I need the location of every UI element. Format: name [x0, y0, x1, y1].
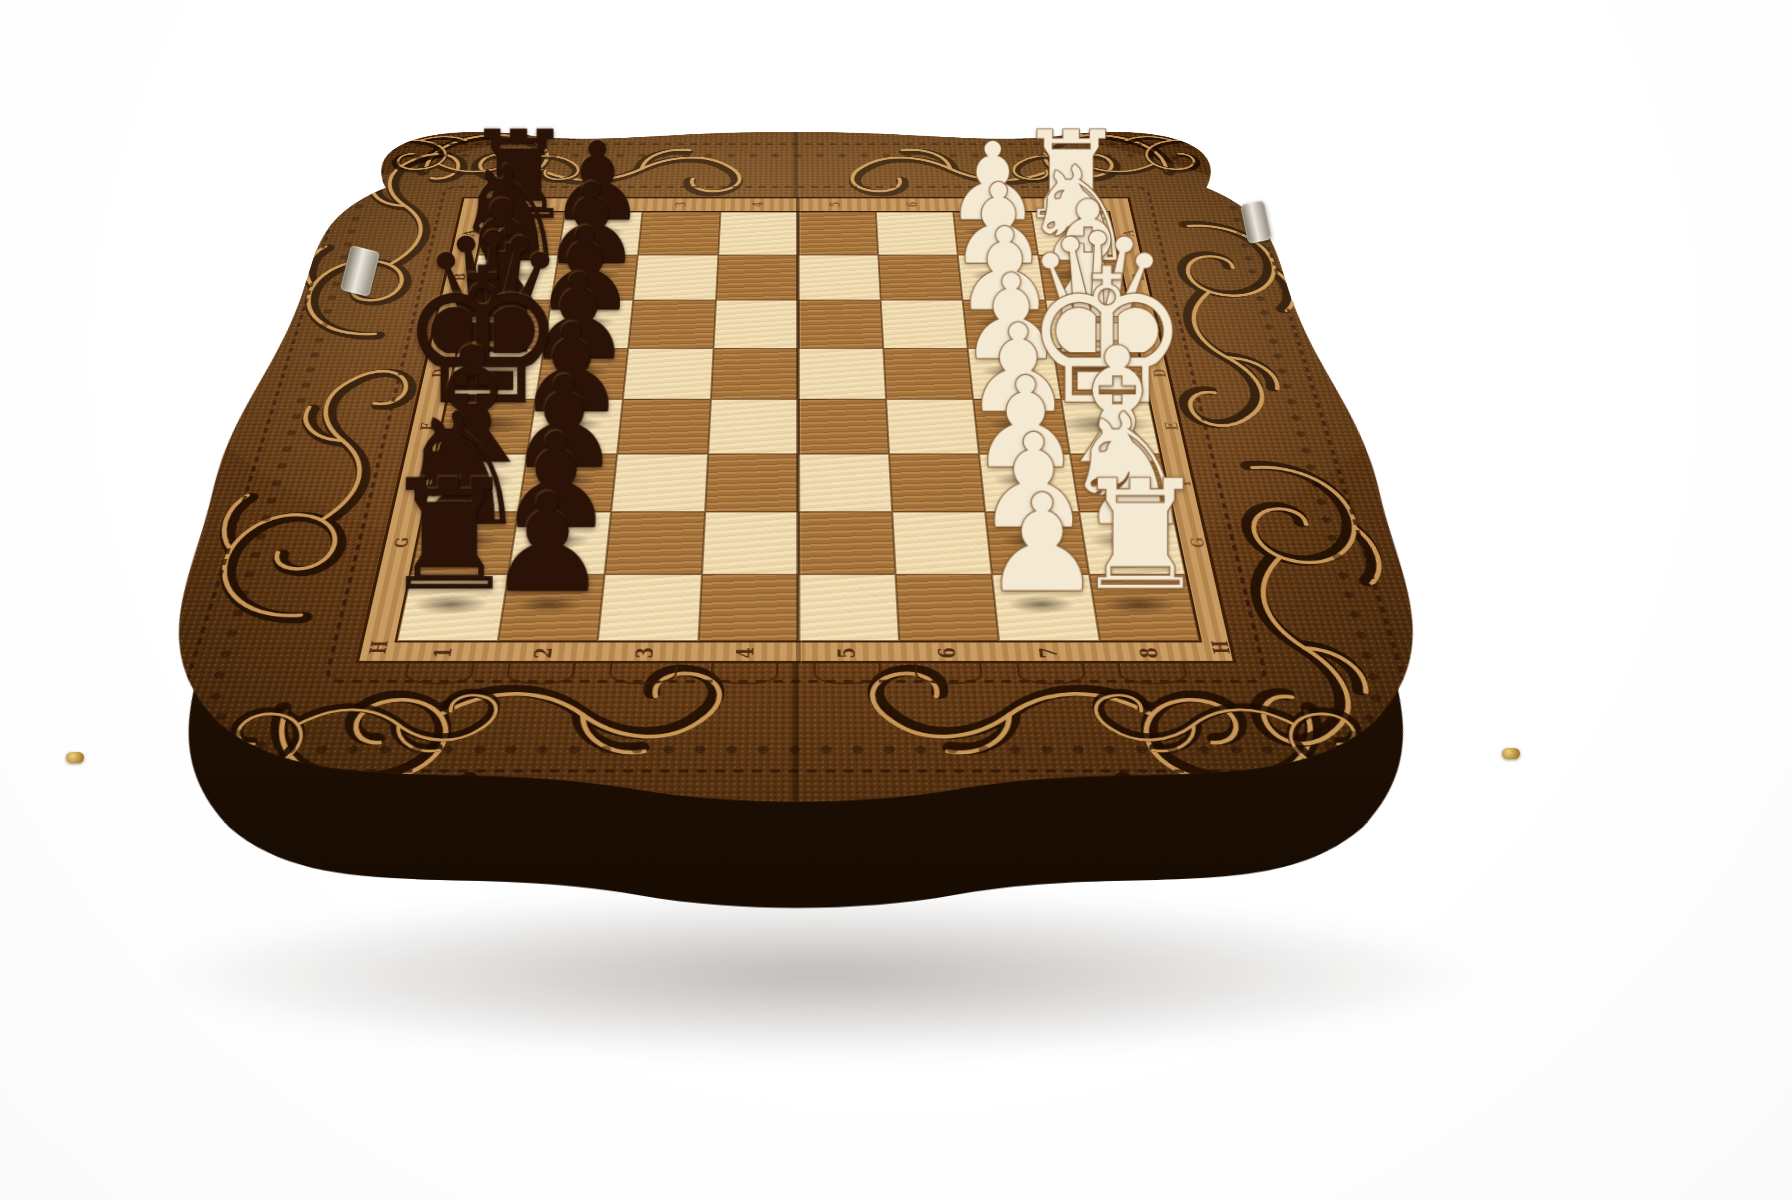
square-a3: [638, 212, 720, 255]
square-c3: [628, 300, 715, 348]
square-d6: [883, 348, 973, 399]
square-a2: [558, 212, 642, 255]
square-c6: [880, 300, 967, 348]
brass-latch-front-left: [66, 752, 84, 763]
brass-latch-front-right: [1502, 748, 1520, 759]
piece-glyph: ♜: [1072, 460, 1209, 612]
board-top-surface: H H 1234567812345678AABBCCDDEEFFGG ♜♟♟♜♞…: [77, 114, 1514, 831]
board-3d-stage: H H 1234567812345678AABBCCDDEEFFGG ♜♟♟♜♞…: [226, 0, 1366, 968]
square-a5: [798, 212, 878, 255]
square-a6: [875, 212, 957, 255]
square-b3: [633, 255, 718, 300]
square-c4: [713, 300, 798, 348]
square-d4: [710, 348, 798, 399]
square-b4: [716, 255, 798, 300]
square-b6: [878, 255, 963, 300]
square-a4: [718, 212, 798, 255]
square-c5: [798, 300, 883, 348]
piece-glyph: ♟: [487, 477, 608, 613]
square-b5: [798, 255, 880, 300]
square-d5: [798, 348, 886, 399]
square-d3: [623, 348, 713, 399]
photo-scene: H H 1234567812345678AABBCCDDEEFFGG ♜♟♟♜♞…: [0, 0, 1792, 1200]
